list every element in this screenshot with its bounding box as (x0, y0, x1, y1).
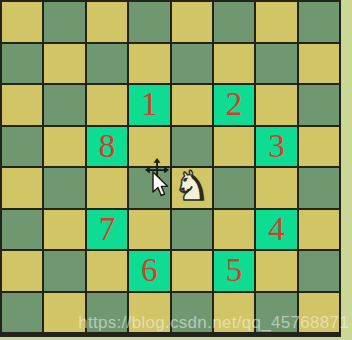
square-h2[interactable] (299, 251, 339, 291)
square-c1[interactable] (87, 293, 127, 333)
square-g5[interactable]: 3 (256, 127, 296, 167)
square-h3[interactable] (299, 210, 339, 250)
square-e2[interactable] (172, 251, 212, 291)
square-c6[interactable] (87, 85, 127, 125)
knight-move-number-8: 8 (99, 130, 116, 163)
square-g8[interactable] (256, 2, 296, 42)
square-a4[interactable] (2, 168, 42, 208)
knight-move-number-1: 1 (141, 88, 158, 121)
square-a6[interactable] (2, 85, 42, 125)
square-c3[interactable]: 7 (87, 210, 127, 250)
square-c5[interactable]: 8 (87, 127, 127, 167)
square-e6[interactable] (172, 85, 212, 125)
square-f3[interactable] (214, 210, 254, 250)
square-b8[interactable] (44, 2, 84, 42)
square-h4[interactable] (299, 168, 339, 208)
square-b6[interactable] (44, 85, 84, 125)
square-g2[interactable] (256, 251, 296, 291)
square-d6[interactable]: 1 (129, 85, 169, 125)
square-b5[interactable] (44, 127, 84, 167)
square-f2[interactable]: 5 (214, 251, 254, 291)
square-a3[interactable] (2, 210, 42, 250)
square-d5[interactable] (129, 127, 169, 167)
square-b3[interactable] (44, 210, 84, 250)
square-e7[interactable] (172, 44, 212, 84)
square-a7[interactable] (2, 44, 42, 84)
square-h7[interactable] (299, 44, 339, 84)
square-f8[interactable] (214, 2, 254, 42)
square-c7[interactable] (87, 44, 127, 84)
square-e1[interactable] (172, 293, 212, 333)
square-b2[interactable] (44, 251, 84, 291)
square-f1[interactable] (214, 293, 254, 333)
square-d7[interactable] (129, 44, 169, 84)
square-g1[interactable] (256, 293, 296, 333)
square-f7[interactable] (214, 44, 254, 84)
knight-move-number-4: 4 (268, 213, 285, 246)
square-a1[interactable] (2, 293, 42, 333)
square-f4[interactable] (214, 168, 254, 208)
square-e8[interactable] (172, 2, 212, 42)
square-c2[interactable] (87, 251, 127, 291)
square-h6[interactable] (299, 85, 339, 125)
chess-board: 1283♞7465 (0, 0, 341, 337)
square-c8[interactable] (87, 2, 127, 42)
square-h5[interactable] (299, 127, 339, 167)
square-h8[interactable] (299, 2, 339, 42)
square-e4[interactable]: ♞ (172, 168, 212, 208)
square-d3[interactable] (129, 210, 169, 250)
square-g7[interactable] (256, 44, 296, 84)
square-f6[interactable]: 2 (214, 85, 254, 125)
square-g4[interactable] (256, 168, 296, 208)
knight-move-number-6: 6 (141, 254, 158, 287)
square-b4[interactable] (44, 168, 84, 208)
square-b7[interactable] (44, 44, 84, 84)
square-e5[interactable] (172, 127, 212, 167)
square-d4[interactable] (129, 168, 169, 208)
square-a2[interactable] (2, 251, 42, 291)
knight-moves-diagram: 1283♞7465 https://blog.csdn.net/qq_45768… (0, 0, 352, 340)
white-knight-piece[interactable]: ♞ (173, 168, 210, 207)
square-g3[interactable]: 4 (256, 210, 296, 250)
knight-move-number-2: 2 (226, 88, 243, 121)
knight-move-number-3: 3 (268, 130, 285, 163)
knight-move-number-7: 7 (99, 213, 116, 246)
knight-move-number-5: 5 (226, 254, 243, 287)
square-d8[interactable] (129, 2, 169, 42)
square-b1[interactable] (44, 293, 84, 333)
square-g6[interactable] (256, 85, 296, 125)
square-c4[interactable] (87, 168, 127, 208)
square-d2[interactable]: 6 (129, 251, 169, 291)
square-a8[interactable] (2, 2, 42, 42)
background-strip (341, 0, 352, 340)
square-d1[interactable] (129, 293, 169, 333)
square-f5[interactable] (214, 127, 254, 167)
square-e3[interactable] (172, 210, 212, 250)
square-h1[interactable] (299, 293, 339, 333)
square-a5[interactable] (2, 127, 42, 167)
